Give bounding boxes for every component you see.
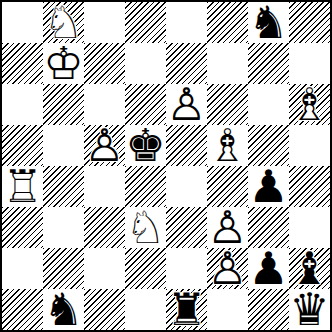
square-d8[interactable] <box>125 2 166 43</box>
square-a7[interactable] <box>2 43 43 84</box>
bishop-silhouette: ♝ <box>289 84 330 125</box>
square-c5[interactable]: ♟♙ <box>84 125 125 166</box>
pawn-silhouette: ♟ <box>84 125 125 166</box>
square-h7[interactable] <box>289 43 330 84</box>
square-f2[interactable]: ♟♙ <box>207 248 248 289</box>
chess-board: ♞♘♞♞♚♔♟♙♝♗♟♙♚♚♝♗♜♖♟♟♞♘♟♙♟♙♟♟♝♝♞♞♜♜♛♛ <box>0 0 332 332</box>
square-e5[interactable] <box>166 125 207 166</box>
square-a4[interactable]: ♜♖ <box>2 166 43 207</box>
square-f7[interactable] <box>207 43 248 84</box>
square-h5[interactable] <box>289 125 330 166</box>
black-queen-icon: ♛ <box>289 289 330 330</box>
pawn-silhouette: ♟ <box>207 207 248 248</box>
black-pawn: ♟♟ <box>248 166 289 207</box>
white-pawn: ♟♙ <box>84 125 125 166</box>
square-c3[interactable] <box>84 207 125 248</box>
square-b6[interactable] <box>43 84 84 125</box>
square-e8[interactable] <box>166 2 207 43</box>
square-f3[interactable]: ♟♙ <box>207 207 248 248</box>
square-e7[interactable] <box>166 43 207 84</box>
square-g6[interactable] <box>248 84 289 125</box>
square-d6[interactable] <box>125 84 166 125</box>
square-a5[interactable] <box>2 125 43 166</box>
rook-silhouette: ♜ <box>166 289 207 330</box>
black-knight: ♞♞ <box>43 289 84 330</box>
black-king-icon: ♚ <box>125 125 166 166</box>
square-e4[interactable] <box>166 166 207 207</box>
square-h2[interactable]: ♝♝ <box>289 248 330 289</box>
square-d7[interactable] <box>125 43 166 84</box>
square-c8[interactable] <box>84 2 125 43</box>
white-pawn: ♟♙ <box>166 84 207 125</box>
black-knight-icon: ♞ <box>43 289 84 330</box>
white-knight: ♞♘ <box>43 2 84 43</box>
black-queen: ♛♛ <box>289 289 330 330</box>
square-c6[interactable] <box>84 84 125 125</box>
white-bishop-icon: ♗ <box>289 84 330 125</box>
white-rook: ♜♖ <box>2 166 43 207</box>
square-g4[interactable]: ♟♟ <box>248 166 289 207</box>
white-knight-icon: ♘ <box>43 2 84 43</box>
black-pawn: ♟♟ <box>248 248 289 289</box>
square-h1[interactable]: ♛♛ <box>289 289 330 330</box>
black-rook-icon: ♜ <box>166 289 207 330</box>
square-b5[interactable] <box>43 125 84 166</box>
square-d1[interactable] <box>125 289 166 330</box>
square-b8[interactable]: ♞♘ <box>43 2 84 43</box>
knight-silhouette: ♞ <box>125 207 166 248</box>
square-b1[interactable]: ♞♞ <box>43 289 84 330</box>
black-bishop-icon: ♝ <box>289 248 330 289</box>
bishop-silhouette: ♝ <box>289 248 330 289</box>
black-bishop: ♝♝ <box>289 248 330 289</box>
square-e2[interactable] <box>166 248 207 289</box>
white-pawn-icon: ♙ <box>166 84 207 125</box>
square-a1[interactable] <box>2 289 43 330</box>
white-knight-icon: ♘ <box>125 207 166 248</box>
white-king-icon: ♔ <box>43 43 84 84</box>
square-h8[interactable] <box>289 2 330 43</box>
square-f6[interactable] <box>207 84 248 125</box>
square-f4[interactable] <box>207 166 248 207</box>
square-f5[interactable]: ♝♗ <box>207 125 248 166</box>
black-pawn-icon: ♟ <box>248 166 289 207</box>
square-g3[interactable] <box>248 207 289 248</box>
square-b4[interactable] <box>43 166 84 207</box>
square-e3[interactable] <box>166 207 207 248</box>
square-g1[interactable] <box>248 289 289 330</box>
square-f1[interactable] <box>207 289 248 330</box>
black-pawn-icon: ♟ <box>248 248 289 289</box>
white-bishop-icon: ♗ <box>207 125 248 166</box>
square-b3[interactable] <box>43 207 84 248</box>
white-pawn: ♟♙ <box>207 248 248 289</box>
square-h6[interactable]: ♝♗ <box>289 84 330 125</box>
square-d2[interactable] <box>125 248 166 289</box>
square-f8[interactable] <box>207 2 248 43</box>
white-pawn-icon: ♙ <box>207 207 248 248</box>
square-g7[interactable] <box>248 43 289 84</box>
white-rook-icon: ♖ <box>2 166 43 207</box>
pawn-silhouette: ♟ <box>166 84 207 125</box>
square-b7[interactable]: ♚♔ <box>43 43 84 84</box>
square-g2[interactable]: ♟♟ <box>248 248 289 289</box>
square-d4[interactable] <box>125 166 166 207</box>
black-knight-icon: ♞ <box>248 2 289 43</box>
square-b2[interactable] <box>43 248 84 289</box>
queen-silhouette: ♛ <box>289 289 330 330</box>
chess-diagram: ♞♘♞♞♚♔♟♙♝♗♟♙♚♚♝♗♜♖♟♟♞♘♟♙♟♙♟♟♝♝♞♞♜♜♛♛ <box>0 0 332 332</box>
square-c2[interactable] <box>84 248 125 289</box>
knight-silhouette: ♞ <box>43 2 84 43</box>
square-h3[interactable] <box>289 207 330 248</box>
pawn-silhouette: ♟ <box>248 248 289 289</box>
king-silhouette: ♚ <box>43 43 84 84</box>
pawn-silhouette: ♟ <box>248 166 289 207</box>
square-g8[interactable]: ♞♞ <box>248 2 289 43</box>
square-g5[interactable] <box>248 125 289 166</box>
black-king: ♚♚ <box>125 125 166 166</box>
black-knight: ♞♞ <box>248 2 289 43</box>
square-c7[interactable] <box>84 43 125 84</box>
white-pawn-icon: ♙ <box>207 248 248 289</box>
knight-silhouette: ♞ <box>248 2 289 43</box>
square-a2[interactable] <box>2 248 43 289</box>
square-a6[interactable] <box>2 84 43 125</box>
square-h4[interactable] <box>289 166 330 207</box>
white-king: ♚♔ <box>43 43 84 84</box>
pawn-silhouette: ♟ <box>207 248 248 289</box>
square-a8[interactable] <box>2 2 43 43</box>
square-c4[interactable] <box>84 166 125 207</box>
bishop-silhouette: ♝ <box>207 125 248 166</box>
white-bishop: ♝♗ <box>207 125 248 166</box>
square-d3[interactable]: ♞♘ <box>125 207 166 248</box>
king-silhouette: ♚ <box>125 125 166 166</box>
white-knight: ♞♘ <box>125 207 166 248</box>
square-e1[interactable]: ♜♜ <box>166 289 207 330</box>
knight-silhouette: ♞ <box>43 289 84 330</box>
square-a3[interactable] <box>2 207 43 248</box>
white-pawn-icon: ♙ <box>84 125 125 166</box>
white-bishop: ♝♗ <box>289 84 330 125</box>
white-pawn: ♟♙ <box>207 207 248 248</box>
square-d5[interactable]: ♚♚ <box>125 125 166 166</box>
black-rook: ♜♜ <box>166 289 207 330</box>
square-e6[interactable]: ♟♙ <box>166 84 207 125</box>
rook-silhouette: ♜ <box>2 166 43 207</box>
square-c1[interactable] <box>84 289 125 330</box>
